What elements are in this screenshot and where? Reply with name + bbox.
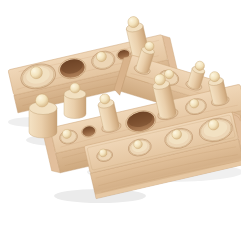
cylinder-blocks-photo <box>0 0 241 230</box>
cylinder-knob <box>36 94 49 107</box>
cylinder-knob <box>70 83 80 93</box>
product-photo <box>0 0 241 230</box>
